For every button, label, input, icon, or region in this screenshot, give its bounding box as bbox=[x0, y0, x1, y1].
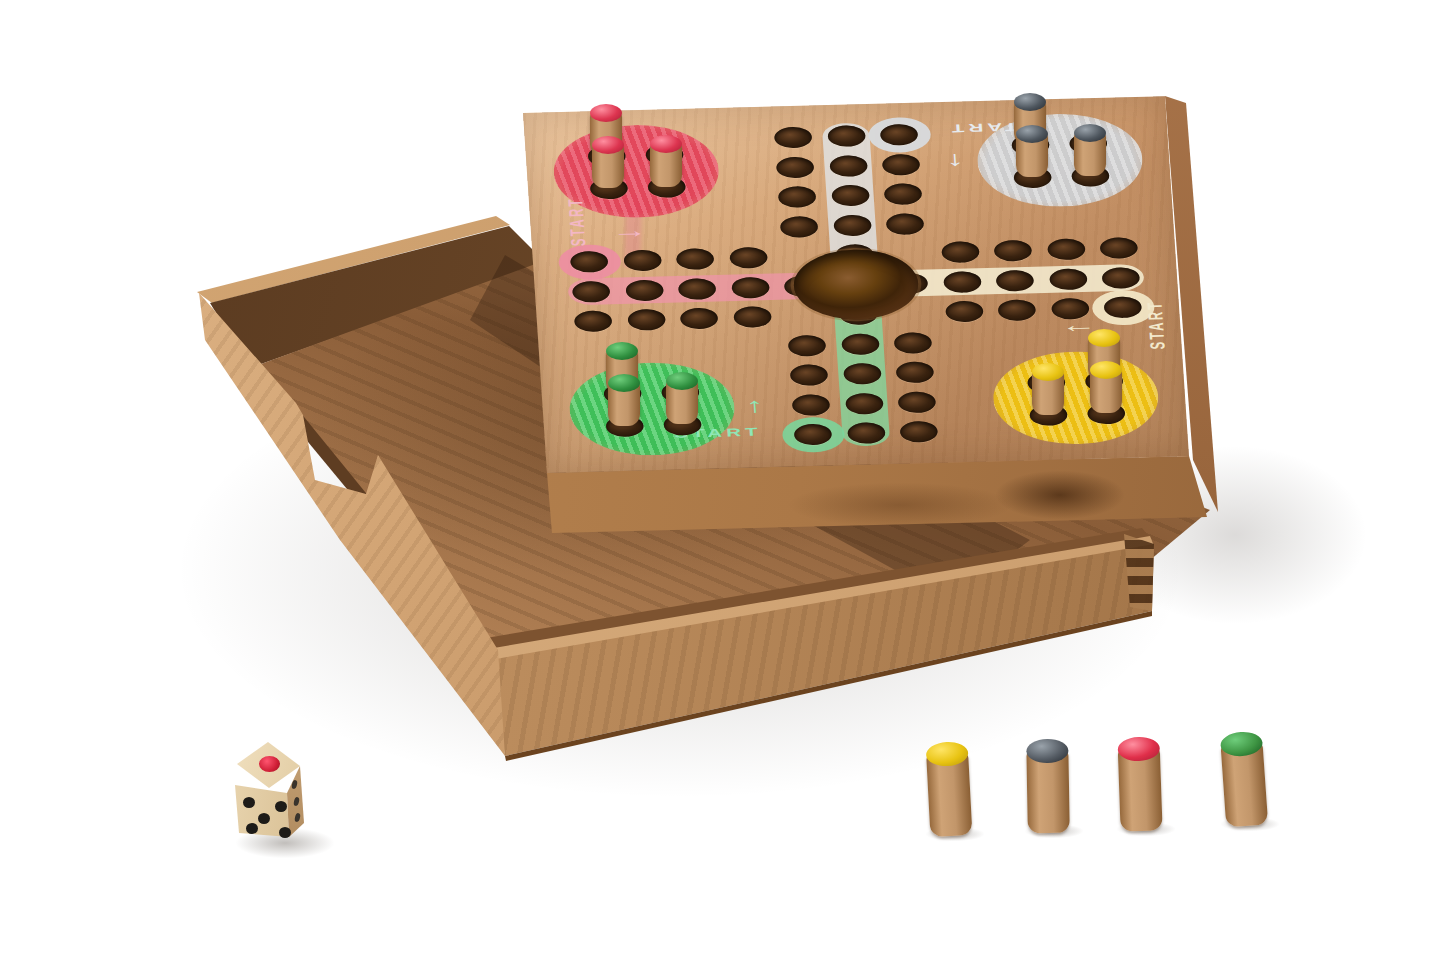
loose-peg-red[interactable] bbox=[1117, 736, 1162, 831]
peg-top-green bbox=[608, 374, 640, 392]
peg-red[interactable] bbox=[650, 135, 682, 187]
peg-yellow[interactable] bbox=[1032, 363, 1064, 415]
peg-black[interactable] bbox=[1016, 125, 1048, 177]
start-arrow-green-up: ↑ bbox=[745, 395, 765, 416]
die-front-pip-3 bbox=[258, 813, 270, 824]
peg-black[interactable] bbox=[1074, 124, 1106, 176]
start-label-red: START bbox=[564, 197, 591, 247]
die-front-pip-2 bbox=[275, 801, 287, 812]
loose-peg-green[interactable] bbox=[1220, 731, 1268, 828]
peg-top-green bbox=[606, 342, 638, 360]
peg-top-red bbox=[650, 135, 682, 153]
loose-peg-black[interactable] bbox=[1026, 739, 1070, 834]
scene: START→START↓START↑START← bbox=[0, 0, 1445, 963]
peg-top-yellow bbox=[1032, 363, 1064, 381]
peg-yellow[interactable] bbox=[1090, 361, 1122, 413]
peg-green[interactable] bbox=[608, 374, 640, 426]
die-front-pip-4 bbox=[246, 823, 258, 834]
die-front-pip-5 bbox=[279, 827, 291, 838]
start-arrow-black-down: ↓ bbox=[945, 148, 965, 169]
peg-top-black bbox=[1014, 93, 1046, 111]
peg-top-black bbox=[1074, 124, 1106, 142]
start-label-yellow: START bbox=[1143, 300, 1170, 350]
peg-green[interactable] bbox=[666, 372, 698, 424]
die[interactable] bbox=[224, 736, 316, 848]
peg-top-yellow bbox=[1088, 329, 1120, 347]
peg-red[interactable] bbox=[592, 136, 624, 188]
peg-top-red bbox=[590, 104, 622, 122]
peg-body bbox=[1026, 751, 1069, 834]
start-arrow-red-right: → bbox=[611, 220, 649, 241]
die-top-pip-1 bbox=[259, 756, 280, 772]
die-front-pip-1 bbox=[243, 797, 255, 808]
loose-peg-yellow[interactable] bbox=[926, 741, 973, 837]
